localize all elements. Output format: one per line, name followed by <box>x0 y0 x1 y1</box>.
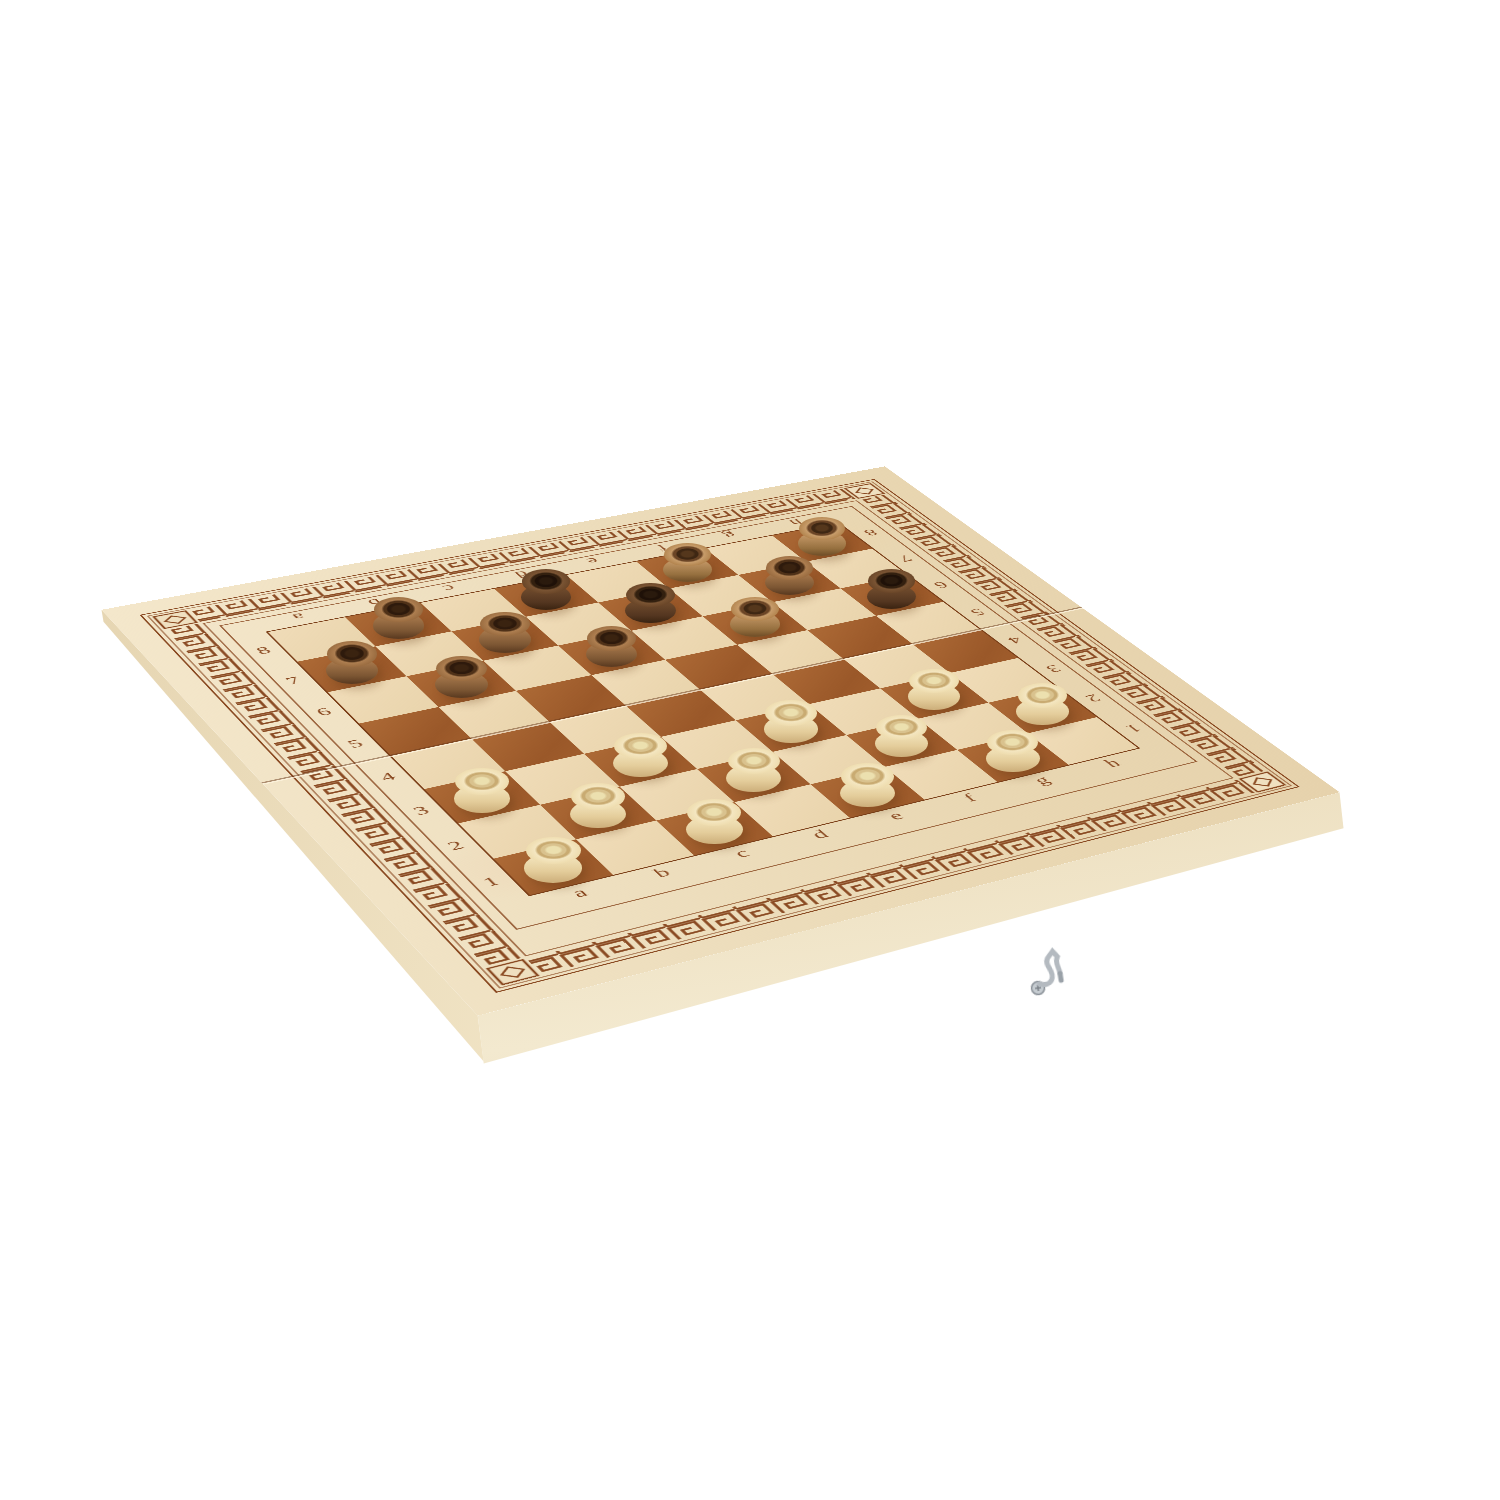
piece-light-g1[interactable] <box>986 730 1039 773</box>
piece-top-rim <box>664 543 711 567</box>
piece-dark-b8[interactable] <box>373 597 425 638</box>
piece-light-a3[interactable] <box>454 768 510 813</box>
piece-top-rim <box>841 763 894 789</box>
product-photo-stage: { "game": "checkers", "scene": "Wooden f… <box>0 0 1500 1500</box>
piece-dark-e7[interactable] <box>625 583 675 623</box>
piece-dark-g7[interactable] <box>765 556 814 595</box>
piece-top-rim <box>987 730 1038 756</box>
piece-light-e3[interactable] <box>764 700 817 743</box>
piece-light-g3[interactable] <box>908 669 960 711</box>
piece-dark-b6[interactable] <box>435 656 488 698</box>
piece-top-rim <box>731 597 779 621</box>
piece-dark-h8[interactable] <box>798 517 846 555</box>
piece-top-rim <box>374 597 423 622</box>
piece-top-rim <box>327 641 378 666</box>
piece-top-rim <box>1018 683 1068 708</box>
piece-top-rim <box>766 556 813 580</box>
piece-light-d2[interactable] <box>726 748 781 792</box>
piece-light-a1[interactable] <box>524 837 582 883</box>
piece-top-rim <box>455 768 509 795</box>
piece-light-b2[interactable] <box>570 783 626 828</box>
piece-dark-a7[interactable] <box>326 641 379 683</box>
piece-top-rim <box>765 700 816 726</box>
piece-dark-d8[interactable] <box>521 569 571 609</box>
piece-top-rim <box>436 656 487 681</box>
piece-light-c1[interactable] <box>686 799 742 844</box>
piece-dark-d6[interactable] <box>586 626 638 667</box>
piece-light-f2[interactable] <box>875 715 928 758</box>
piece-top-rim <box>587 626 637 651</box>
checkers-board-surface: abcdefgh abcdefgh 87654321 87654321 <box>102 466 1340 1015</box>
piece-dark-f6[interactable] <box>730 597 781 637</box>
piece-light-e1[interactable] <box>840 763 895 807</box>
piece-dark-f8[interactable] <box>663 543 712 582</box>
piece-top-rim <box>626 583 674 607</box>
piece-dark-h6[interactable] <box>867 569 916 608</box>
piece-top-rim <box>614 733 666 759</box>
piece-light-h2[interactable] <box>1016 683 1068 725</box>
piece-dark-c7[interactable] <box>479 612 531 653</box>
piece-light-c3[interactable] <box>613 733 668 777</box>
latch-hook-icon <box>1018 944 1081 1004</box>
piece-top-rim <box>522 569 570 593</box>
piece-top-rim <box>480 612 530 637</box>
